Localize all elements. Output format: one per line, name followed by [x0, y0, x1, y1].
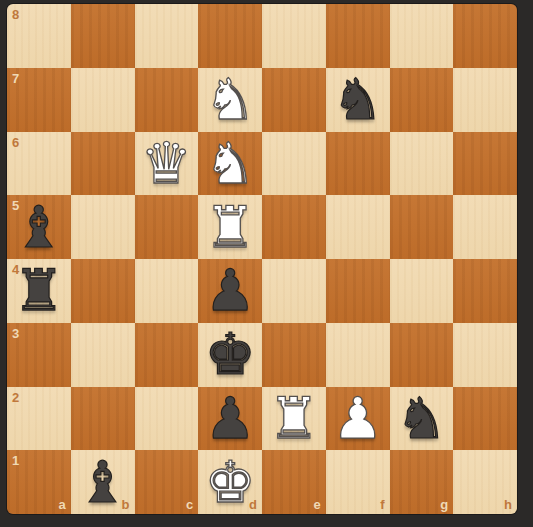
- square-c7[interactable]: [135, 68, 199, 132]
- square-c8[interactable]: [135, 4, 199, 68]
- square-e2[interactable]: ♜: [262, 387, 326, 451]
- square-f1[interactable]: f: [326, 450, 390, 514]
- square-d8[interactable]: [198, 4, 262, 68]
- black-rook[interactable]: ♜: [13, 259, 64, 322]
- square-e4[interactable]: [262, 259, 326, 323]
- square-e7[interactable]: [262, 68, 326, 132]
- square-g1[interactable]: g: [390, 450, 454, 514]
- square-g3[interactable]: [390, 323, 454, 387]
- square-c3[interactable]: [135, 323, 199, 387]
- square-f4[interactable]: [326, 259, 390, 323]
- square-f2[interactable]: ♟: [326, 387, 390, 451]
- square-a5[interactable]: 5♝: [7, 195, 71, 259]
- rank-label-8: 8: [12, 8, 19, 21]
- square-f7[interactable]: ♞: [326, 68, 390, 132]
- square-g6[interactable]: [390, 132, 454, 196]
- square-h5[interactable]: [453, 195, 517, 259]
- rank-label-6: 6: [12, 136, 19, 149]
- white-knight[interactable]: ♞: [205, 132, 256, 195]
- white-pawn[interactable]: ♟: [332, 387, 383, 450]
- square-e1[interactable]: e: [262, 450, 326, 514]
- square-d3[interactable]: ♚: [198, 323, 262, 387]
- white-knight[interactable]: ♞: [205, 68, 256, 131]
- square-f3[interactable]: [326, 323, 390, 387]
- square-h7[interactable]: [453, 68, 517, 132]
- square-b5[interactable]: [71, 195, 135, 259]
- square-b3[interactable]: [71, 323, 135, 387]
- rank-label-3: 3: [12, 327, 19, 340]
- chess-app-page: 87♞♞6♛♞5♝♜4♜♟3♚2♟♜♟♞1ab♝cd♚efgh: [0, 0, 533, 527]
- square-h2[interactable]: [453, 387, 517, 451]
- black-knight[interactable]: ♞: [332, 68, 383, 131]
- black-king[interactable]: ♚: [205, 323, 256, 386]
- white-rook[interactable]: ♜: [205, 196, 256, 259]
- square-b2[interactable]: [71, 387, 135, 451]
- square-b8[interactable]: [71, 4, 135, 68]
- rank-label-1: 1: [12, 454, 19, 467]
- square-c1[interactable]: c: [135, 450, 199, 514]
- square-d5[interactable]: ♜: [198, 195, 262, 259]
- square-h8[interactable]: [453, 4, 517, 68]
- square-e6[interactable]: [262, 132, 326, 196]
- file-label-f: f: [380, 498, 384, 511]
- square-a1[interactable]: 1a: [7, 450, 71, 514]
- square-g2[interactable]: ♞: [390, 387, 454, 451]
- square-f5[interactable]: [326, 195, 390, 259]
- square-a7[interactable]: 7: [7, 68, 71, 132]
- square-g5[interactable]: [390, 195, 454, 259]
- file-label-a: a: [59, 498, 66, 511]
- square-a3[interactable]: 3: [7, 323, 71, 387]
- square-b4[interactable]: [71, 259, 135, 323]
- square-b1[interactable]: b♝: [71, 450, 135, 514]
- square-b7[interactable]: [71, 68, 135, 132]
- square-a2[interactable]: 2: [7, 387, 71, 451]
- square-h3[interactable]: [453, 323, 517, 387]
- black-pawn[interactable]: ♟: [205, 387, 256, 450]
- file-label-g: g: [440, 498, 448, 511]
- square-c5[interactable]: [135, 195, 199, 259]
- square-c2[interactable]: [135, 387, 199, 451]
- square-e8[interactable]: [262, 4, 326, 68]
- rank-label-7: 7: [12, 72, 19, 85]
- white-rook[interactable]: ♜: [268, 387, 319, 450]
- square-g7[interactable]: [390, 68, 454, 132]
- square-d7[interactable]: ♞: [198, 68, 262, 132]
- square-h4[interactable]: [453, 259, 517, 323]
- square-h1[interactable]: h: [453, 450, 517, 514]
- file-label-h: h: [504, 498, 512, 511]
- square-e3[interactable]: [262, 323, 326, 387]
- black-bishop[interactable]: ♝: [77, 451, 128, 514]
- chess-board: 87♞♞6♛♞5♝♜4♜♟3♚2♟♜♟♞1ab♝cd♚efgh: [7, 4, 517, 514]
- square-c4[interactable]: [135, 259, 199, 323]
- square-a4[interactable]: 4♜: [7, 259, 71, 323]
- square-h6[interactable]: [453, 132, 517, 196]
- black-pawn[interactable]: ♟: [205, 259, 256, 322]
- square-d2[interactable]: ♟: [198, 387, 262, 451]
- square-f8[interactable]: [326, 4, 390, 68]
- square-a8[interactable]: 8: [7, 4, 71, 68]
- square-c6[interactable]: ♛: [135, 132, 199, 196]
- white-king[interactable]: ♚: [205, 451, 256, 514]
- square-b6[interactable]: [71, 132, 135, 196]
- square-g8[interactable]: [390, 4, 454, 68]
- white-queen[interactable]: ♛: [141, 132, 192, 195]
- square-d1[interactable]: d♚: [198, 450, 262, 514]
- square-g4[interactable]: [390, 259, 454, 323]
- file-label-e: e: [314, 498, 321, 511]
- file-label-c: c: [186, 498, 193, 511]
- rank-label-2: 2: [12, 391, 19, 404]
- square-e5[interactable]: [262, 195, 326, 259]
- square-f6[interactable]: [326, 132, 390, 196]
- square-d4[interactable]: ♟: [198, 259, 262, 323]
- black-knight[interactable]: ♞: [396, 387, 447, 450]
- black-bishop[interactable]: ♝: [13, 196, 64, 259]
- square-d6[interactable]: ♞: [198, 132, 262, 196]
- square-a6[interactable]: 6: [7, 132, 71, 196]
